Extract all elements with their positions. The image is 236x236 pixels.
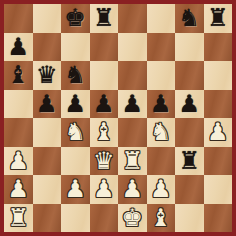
white-pawn-piece[interactable]: ♟ bbox=[7, 147, 29, 176]
square-a5[interactable] bbox=[4, 90, 33, 119]
square-b6[interactable]: ♛ bbox=[33, 61, 62, 90]
square-d4[interactable]: ♝ bbox=[90, 118, 119, 147]
square-b1[interactable] bbox=[33, 204, 62, 233]
square-e2[interactable]: ♟ bbox=[118, 175, 147, 204]
square-f2[interactable]: ♟ bbox=[147, 175, 176, 204]
square-b3[interactable] bbox=[33, 147, 62, 176]
black-pawn-piece[interactable]: ♟ bbox=[121, 90, 143, 119]
white-queen-piece[interactable]: ♛ bbox=[93, 147, 115, 176]
square-e3[interactable]: ♜ bbox=[118, 147, 147, 176]
white-rook-piece[interactable]: ♜ bbox=[121, 147, 143, 176]
square-a8[interactable] bbox=[4, 4, 33, 33]
square-d6[interactable] bbox=[90, 61, 119, 90]
white-pawn-piece[interactable]: ♟ bbox=[150, 175, 172, 204]
white-pawn-piece[interactable]: ♟ bbox=[64, 175, 86, 204]
black-bishop-piece[interactable]: ♝ bbox=[7, 61, 29, 90]
square-b8[interactable] bbox=[33, 4, 62, 33]
black-pawn-piece[interactable]: ♟ bbox=[36, 90, 58, 119]
square-c5[interactable]: ♟ bbox=[61, 90, 90, 119]
square-d8[interactable]: ♜ bbox=[90, 4, 119, 33]
black-pawn-piece[interactable]: ♟ bbox=[178, 90, 200, 119]
square-a1[interactable]: ♜ bbox=[4, 204, 33, 233]
square-h2[interactable] bbox=[204, 175, 233, 204]
black-king-piece[interactable]: ♚ bbox=[64, 4, 86, 33]
square-g3[interactable]: ♜ bbox=[175, 147, 204, 176]
square-f5[interactable]: ♟ bbox=[147, 90, 176, 119]
black-pawn-piece[interactable]: ♟ bbox=[93, 90, 115, 119]
square-c7[interactable] bbox=[61, 33, 90, 62]
white-king-piece[interactable]: ♚ bbox=[121, 204, 143, 233]
white-bishop-piece[interactable]: ♝ bbox=[93, 118, 115, 147]
square-e8[interactable] bbox=[118, 4, 147, 33]
square-g7[interactable] bbox=[175, 33, 204, 62]
white-pawn-piece[interactable]: ♟ bbox=[121, 175, 143, 204]
square-d7[interactable] bbox=[90, 33, 119, 62]
square-e4[interactable] bbox=[118, 118, 147, 147]
square-c8[interactable]: ♚ bbox=[61, 4, 90, 33]
chess-board: ♚♜♞♜♟♝♛♞♟♟♟♟♟♟♞♝♞♟♟♛♜♜♟♟♟♟♟♜♚♝ bbox=[4, 4, 232, 232]
square-h5[interactable] bbox=[204, 90, 233, 119]
square-g5[interactable]: ♟ bbox=[175, 90, 204, 119]
white-knight-piece[interactable]: ♞ bbox=[150, 118, 172, 147]
square-a2[interactable]: ♟ bbox=[4, 175, 33, 204]
black-queen-piece[interactable]: ♛ bbox=[36, 61, 58, 90]
square-f1[interactable]: ♝ bbox=[147, 204, 176, 233]
square-b5[interactable]: ♟ bbox=[33, 90, 62, 119]
square-h8[interactable]: ♜ bbox=[204, 4, 233, 33]
square-h6[interactable] bbox=[204, 61, 233, 90]
square-b7[interactable] bbox=[33, 33, 62, 62]
square-e5[interactable]: ♟ bbox=[118, 90, 147, 119]
square-f4[interactable]: ♞ bbox=[147, 118, 176, 147]
square-g8[interactable]: ♞ bbox=[175, 4, 204, 33]
square-h1[interactable] bbox=[204, 204, 233, 233]
square-f7[interactable] bbox=[147, 33, 176, 62]
square-b2[interactable] bbox=[33, 175, 62, 204]
square-f3[interactable] bbox=[147, 147, 176, 176]
square-f8[interactable] bbox=[147, 4, 176, 33]
square-a7[interactable]: ♟ bbox=[4, 33, 33, 62]
black-rook-piece[interactable]: ♜ bbox=[178, 147, 200, 176]
square-c6[interactable]: ♞ bbox=[61, 61, 90, 90]
square-d2[interactable]: ♟ bbox=[90, 175, 119, 204]
black-rook-piece[interactable]: ♜ bbox=[93, 4, 115, 33]
square-a4[interactable] bbox=[4, 118, 33, 147]
white-pawn-piece[interactable]: ♟ bbox=[93, 175, 115, 204]
square-c4[interactable]: ♞ bbox=[61, 118, 90, 147]
square-h3[interactable] bbox=[204, 147, 233, 176]
square-a6[interactable]: ♝ bbox=[4, 61, 33, 90]
square-c3[interactable] bbox=[61, 147, 90, 176]
square-a3[interactable]: ♟ bbox=[4, 147, 33, 176]
square-g2[interactable] bbox=[175, 175, 204, 204]
square-c2[interactable]: ♟ bbox=[61, 175, 90, 204]
square-g4[interactable] bbox=[175, 118, 204, 147]
square-h4[interactable]: ♟ bbox=[204, 118, 233, 147]
square-d1[interactable] bbox=[90, 204, 119, 233]
square-e1[interactable]: ♚ bbox=[118, 204, 147, 233]
black-pawn-piece[interactable]: ♟ bbox=[7, 33, 29, 62]
square-e7[interactable] bbox=[118, 33, 147, 62]
square-g1[interactable] bbox=[175, 204, 204, 233]
square-g6[interactable] bbox=[175, 61, 204, 90]
square-e6[interactable] bbox=[118, 61, 147, 90]
black-pawn-piece[interactable]: ♟ bbox=[64, 90, 86, 119]
square-f6[interactable] bbox=[147, 61, 176, 90]
chess-board-frame: ♚♜♞♜♟♝♛♞♟♟♟♟♟♟♞♝♞♟♟♛♜♜♟♟♟♟♟♜♚♝ bbox=[0, 0, 236, 236]
white-knight-piece[interactable]: ♞ bbox=[64, 118, 86, 147]
white-pawn-piece[interactable]: ♟ bbox=[7, 175, 29, 204]
black-knight-piece[interactable]: ♞ bbox=[64, 61, 86, 90]
black-pawn-piece[interactable]: ♟ bbox=[150, 90, 172, 119]
square-c1[interactable] bbox=[61, 204, 90, 233]
white-pawn-piece[interactable]: ♟ bbox=[207, 118, 229, 147]
square-d3[interactable]: ♛ bbox=[90, 147, 119, 176]
black-rook-piece[interactable]: ♜ bbox=[207, 4, 229, 33]
square-b4[interactable] bbox=[33, 118, 62, 147]
square-h7[interactable] bbox=[204, 33, 233, 62]
white-rook-piece[interactable]: ♜ bbox=[7, 204, 29, 233]
white-bishop-piece[interactable]: ♝ bbox=[150, 204, 172, 233]
square-d5[interactable]: ♟ bbox=[90, 90, 119, 119]
black-knight-piece[interactable]: ♞ bbox=[178, 4, 200, 33]
